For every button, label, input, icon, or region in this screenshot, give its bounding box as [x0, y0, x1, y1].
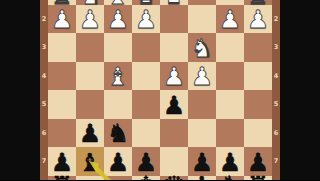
white-pawn-c4[interactable]: ♟: [191, 64, 213, 89]
rank-label-5: 5: [40, 90, 48, 119]
square-f6[interactable]: ♞: [104, 119, 132, 148]
square-c6[interactable]: [188, 119, 216, 148]
square-f7[interactable]: ♟: [104, 147, 132, 176]
square-h6[interactable]: [48, 119, 76, 148]
black-bishop-g7[interactable]: ♝: [79, 150, 101, 175]
square-b5[interactable]: [216, 90, 244, 119]
square-h8[interactable]: ♜: [48, 176, 76, 181]
rank-label-4: 4: [40, 62, 48, 91]
square-a4[interactable]: [244, 62, 272, 91]
black-pawn-g6[interactable]: ♟: [79, 121, 101, 146]
black-rook-h8[interactable]: ♜: [51, 173, 73, 180]
white-knight-c3[interactable]: ♞: [191, 36, 213, 61]
white-queen-d1[interactable]: ♛: [163, 0, 185, 8]
square-h1[interactable]: ♜: [48, 0, 76, 5]
square-h4[interactable]: [48, 62, 76, 91]
square-b6[interactable]: [216, 119, 244, 148]
square-h3[interactable]: [48, 33, 76, 62]
square-g1[interactable]: ♞: [76, 0, 104, 5]
square-d8[interactable]: ♛: [160, 176, 188, 181]
white-pawn-d4[interactable]: ♟: [163, 64, 185, 89]
rank-label-8: 8: [272, 176, 280, 181]
black-pawn-d5[interactable]: ♟: [163, 93, 185, 118]
square-d3[interactable]: [160, 33, 188, 62]
white-pawn-g2[interactable]: ♟: [79, 7, 101, 32]
square-d6[interactable]: [160, 119, 188, 148]
square-c8[interactable]: ♝: [188, 176, 216, 181]
square-g4[interactable]: [76, 62, 104, 91]
square-e6[interactable]: [132, 119, 160, 148]
square-e3[interactable]: [132, 33, 160, 62]
square-g2[interactable]: ♟: [76, 5, 104, 34]
rank-label-7: 7: [40, 147, 48, 176]
square-a6[interactable]: [244, 119, 272, 148]
square-h2[interactable]: ♟: [48, 5, 76, 34]
square-d1[interactable]: ♛: [160, 0, 188, 5]
white-bishop-f4[interactable]: ♝: [107, 64, 129, 89]
chessboard: ♜♞♝♚♛♜♟♟♟♟♟♟♞♝♟♟♟♟♞♟♝♟♟♟♟♟♜♚♛♝♞♜: [48, 0, 272, 180]
white-pawn-e2[interactable]: ♟: [135, 7, 157, 32]
rank-label-3: 3: [40, 33, 48, 62]
black-knight-b8[interactable]: ♞: [219, 173, 241, 180]
rank-coordinates-left: 12345678: [40, 0, 48, 180]
rank-label-6: 6: [40, 119, 48, 148]
chess-video-frame: 12345678 ♜♞♝♚♛♜♟♟♟♟♟♟♞♝♟♟♟♟♞♟♝♟♟♟♟♟♜♚♛♝♞…: [0, 0, 320, 180]
square-f5[interactable]: [104, 90, 132, 119]
square-e8[interactable]: ♚: [132, 176, 160, 181]
rank-label-3: 3: [272, 33, 280, 62]
square-e2[interactable]: ♟: [132, 5, 160, 34]
square-b4[interactable]: [216, 62, 244, 91]
white-pawn-f2[interactable]: ♟: [107, 7, 129, 32]
rank-label-6: 6: [272, 119, 280, 148]
rank-label-4: 4: [272, 62, 280, 91]
square-g3[interactable]: [76, 33, 104, 62]
black-pawn-f7[interactable]: ♟: [107, 150, 129, 175]
square-c5[interactable]: [188, 90, 216, 119]
square-g5[interactable]: [76, 90, 104, 119]
square-f3[interactable]: [104, 33, 132, 62]
square-b8[interactable]: ♞: [216, 176, 244, 181]
rank-label-2: 2: [40, 5, 48, 34]
square-e1[interactable]: ♚: [132, 0, 160, 5]
square-b3[interactable]: [216, 33, 244, 62]
square-a2[interactable]: ♟: [244, 5, 272, 34]
rank-label-2: 2: [272, 5, 280, 34]
square-a1[interactable]: ♜: [244, 0, 272, 5]
rank-label-5: 5: [272, 90, 280, 119]
square-d4[interactable]: ♟: [160, 62, 188, 91]
white-pawn-a2[interactable]: ♟: [247, 7, 269, 32]
square-c2[interactable]: [188, 5, 216, 34]
square-b2[interactable]: ♟: [216, 5, 244, 34]
square-e5[interactable]: [132, 90, 160, 119]
black-queen-d8[interactable]: ♛: [163, 173, 185, 180]
black-rook-a8[interactable]: ♜: [247, 173, 269, 180]
square-f4[interactable]: ♝: [104, 62, 132, 91]
black-knight-f6[interactable]: ♞: [107, 121, 129, 146]
square-g7[interactable]: ♝: [76, 147, 104, 176]
square-a5[interactable]: [244, 90, 272, 119]
square-e4[interactable]: [132, 62, 160, 91]
black-bishop-c8[interactable]: ♝: [191, 173, 213, 180]
square-f1[interactable]: ♝: [104, 0, 132, 5]
square-g6[interactable]: ♟: [76, 119, 104, 148]
square-d5[interactable]: ♟: [160, 90, 188, 119]
rank-coordinates-right: 12345678: [272, 0, 280, 180]
rank-label-8: 8: [40, 176, 48, 181]
rank-label-7: 7: [272, 147, 280, 176]
square-a8[interactable]: ♜: [244, 176, 272, 181]
square-a3[interactable]: [244, 33, 272, 62]
square-c4[interactable]: ♟: [188, 62, 216, 91]
square-c3[interactable]: ♞: [188, 33, 216, 62]
white-pawn-b2[interactable]: ♟: [219, 7, 241, 32]
white-pawn-h2[interactable]: ♟: [51, 7, 73, 32]
square-h5[interactable]: [48, 90, 76, 119]
square-f2[interactable]: ♟: [104, 5, 132, 34]
black-king-e8[interactable]: ♚: [135, 173, 157, 180]
